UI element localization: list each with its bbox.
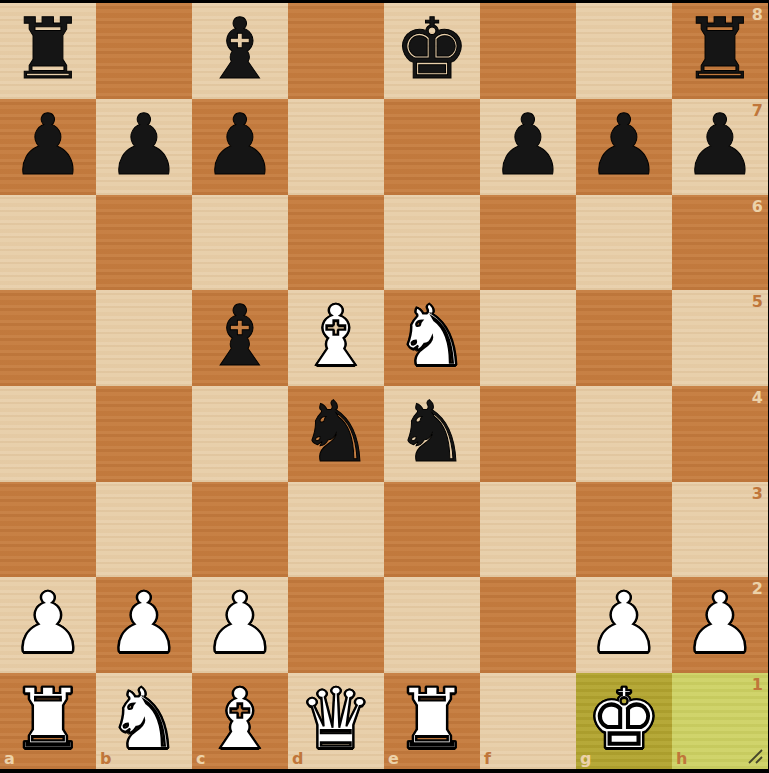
square-f6[interactable]: [480, 195, 576, 290]
square-h6[interactable]: 6: [672, 195, 768, 290]
square-f8[interactable]: [480, 3, 576, 99]
rank-label-1: 1: [752, 677, 763, 693]
rank-label-6: 6: [752, 199, 763, 215]
square-f1[interactable]: f: [480, 673, 576, 769]
square-e5[interactable]: ♞: [384, 290, 480, 386]
square-d7[interactable]: [288, 99, 384, 195]
chess-board: ♜♝♚♜8♟♟♟♟♟♟76♝♝♞5♞♞43♟♟♟♟♟2♜a♞b♝c♛d♜ef♚g…: [0, 3, 768, 769]
piece-black-king[interactable]: ♚: [394, 1, 469, 97]
square-h7[interactable]: ♟7: [672, 99, 768, 195]
square-b6[interactable]: [96, 195, 192, 290]
square-g4[interactable]: [576, 386, 672, 482]
square-e2[interactable]: [384, 577, 480, 673]
square-b2[interactable]: ♟: [96, 577, 192, 673]
piece-white-pawn[interactable]: ♟: [202, 575, 277, 671]
piece-white-pawn[interactable]: ♟: [682, 575, 757, 671]
piece-white-pawn[interactable]: ♟: [586, 575, 661, 671]
square-b1[interactable]: ♞b: [96, 673, 192, 769]
piece-black-knight[interactable]: ♞: [298, 384, 373, 480]
piece-black-pawn[interactable]: ♟: [10, 97, 85, 193]
square-f4[interactable]: [480, 386, 576, 482]
piece-white-bishop[interactable]: ♝: [298, 288, 373, 384]
square-b7[interactable]: ♟: [96, 99, 192, 195]
square-c6[interactable]: [192, 195, 288, 290]
piece-white-bishop[interactable]: ♝: [202, 671, 277, 767]
rank-label-5: 5: [752, 294, 763, 310]
square-a3[interactable]: [0, 482, 96, 577]
piece-black-rook[interactable]: ♜: [682, 1, 757, 97]
square-a1[interactable]: ♜a: [0, 673, 96, 769]
piece-white-pawn[interactable]: ♟: [10, 575, 85, 671]
square-f3[interactable]: [480, 482, 576, 577]
square-a5[interactable]: [0, 290, 96, 386]
square-c1[interactable]: ♝c: [192, 673, 288, 769]
piece-black-pawn[interactable]: ♟: [586, 97, 661, 193]
piece-white-knight[interactable]: ♞: [394, 288, 469, 384]
file-label-h: h: [676, 751, 687, 767]
piece-white-king[interactable]: ♚: [586, 671, 661, 767]
square-e1[interactable]: ♜e: [384, 673, 480, 769]
square-c8[interactable]: ♝: [192, 3, 288, 99]
square-e6[interactable]: [384, 195, 480, 290]
square-a8[interactable]: ♜: [0, 3, 96, 99]
square-e4[interactable]: ♞: [384, 386, 480, 482]
square-c5[interactable]: ♝: [192, 290, 288, 386]
resize-handle-icon[interactable]: [745, 746, 765, 766]
rank-label-4: 4: [752, 390, 763, 406]
piece-white-knight[interactable]: ♞: [106, 671, 181, 767]
square-g3[interactable]: [576, 482, 672, 577]
square-h3[interactable]: 3: [672, 482, 768, 577]
square-d5[interactable]: ♝: [288, 290, 384, 386]
square-a4[interactable]: [0, 386, 96, 482]
square-g5[interactable]: [576, 290, 672, 386]
square-e8[interactable]: ♚: [384, 3, 480, 99]
square-g8[interactable]: [576, 3, 672, 99]
square-h1[interactable]: 1h: [672, 673, 768, 769]
rank-label-3: 3: [752, 486, 763, 502]
square-a6[interactable]: [0, 195, 96, 290]
square-d6[interactable]: [288, 195, 384, 290]
square-e3[interactable]: [384, 482, 480, 577]
piece-white-rook[interactable]: ♜: [10, 671, 85, 767]
square-h8[interactable]: ♜8: [672, 3, 768, 99]
square-h2[interactable]: ♟2: [672, 577, 768, 673]
square-g7[interactable]: ♟: [576, 99, 672, 195]
piece-black-knight[interactable]: ♞: [394, 384, 469, 480]
square-f7[interactable]: ♟: [480, 99, 576, 195]
piece-black-pawn[interactable]: ♟: [490, 97, 565, 193]
square-c3[interactable]: [192, 482, 288, 577]
square-g2[interactable]: ♟: [576, 577, 672, 673]
piece-black-pawn[interactable]: ♟: [682, 97, 757, 193]
square-b8[interactable]: [96, 3, 192, 99]
square-b3[interactable]: [96, 482, 192, 577]
piece-white-pawn[interactable]: ♟: [106, 575, 181, 671]
square-g6[interactable]: [576, 195, 672, 290]
square-f2[interactable]: [480, 577, 576, 673]
square-h4[interactable]: 4: [672, 386, 768, 482]
piece-black-pawn[interactable]: ♟: [202, 97, 277, 193]
file-label-f: f: [484, 751, 491, 767]
square-e7[interactable]: [384, 99, 480, 195]
piece-white-queen[interactable]: ♛: [298, 671, 373, 767]
square-c4[interactable]: [192, 386, 288, 482]
square-a2[interactable]: ♟: [0, 577, 96, 673]
square-c7[interactable]: ♟: [192, 99, 288, 195]
square-a7[interactable]: ♟: [0, 99, 96, 195]
piece-black-rook[interactable]: ♜: [10, 1, 85, 97]
square-c2[interactable]: ♟: [192, 577, 288, 673]
square-b4[interactable]: [96, 386, 192, 482]
square-g1[interactable]: ♚g: [576, 673, 672, 769]
square-h5[interactable]: 5: [672, 290, 768, 386]
piece-black-bishop[interactable]: ♝: [202, 288, 277, 384]
square-d4[interactable]: ♞: [288, 386, 384, 482]
piece-white-rook[interactable]: ♜: [394, 671, 469, 767]
square-d1[interactable]: ♛d: [288, 673, 384, 769]
square-b5[interactable]: [96, 290, 192, 386]
piece-black-bishop[interactable]: ♝: [202, 1, 277, 97]
square-f5[interactable]: [480, 290, 576, 386]
square-d8[interactable]: [288, 3, 384, 99]
square-d3[interactable]: [288, 482, 384, 577]
square-d2[interactable]: [288, 577, 384, 673]
piece-black-pawn[interactable]: ♟: [106, 97, 181, 193]
